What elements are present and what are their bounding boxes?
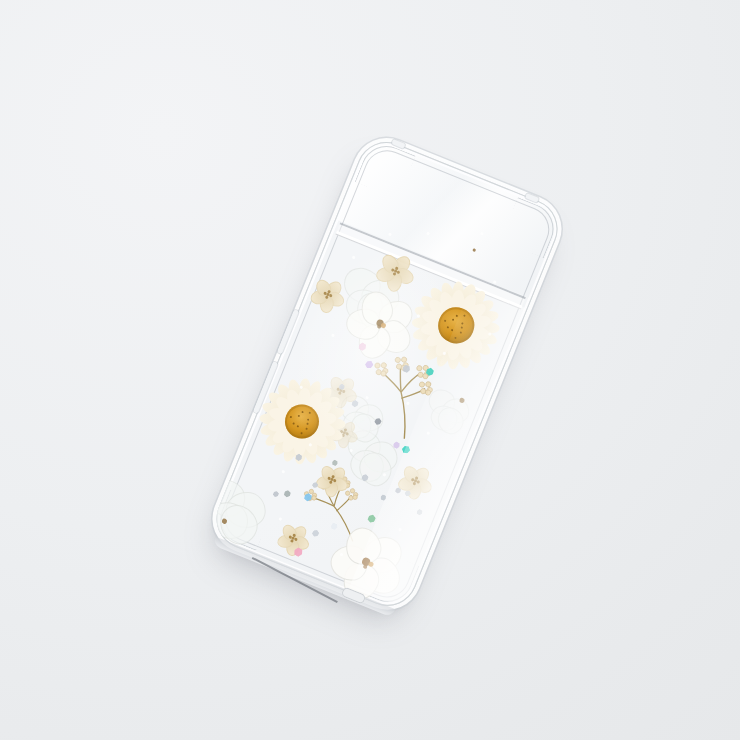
sparkle-speck (282, 470, 285, 473)
sparkle-speck (279, 517, 282, 520)
phone-case (207, 133, 566, 615)
product-photo (0, 0, 740, 740)
sparkle-speck (388, 232, 391, 235)
dried-petal-speck (472, 248, 476, 252)
sparkle-speck (493, 280, 496, 283)
sparkle-speck (480, 232, 483, 235)
glitter-flake (282, 488, 292, 498)
sparkle-speck (426, 232, 429, 235)
